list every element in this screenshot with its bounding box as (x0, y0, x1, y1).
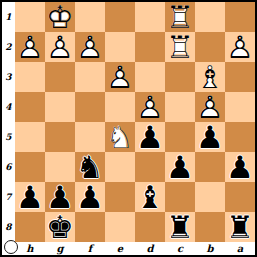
piece-white-pawn-h2[interactable]: ♟♙ (15, 32, 45, 62)
square-g2[interactable]: ♟♙ (45, 32, 75, 62)
square-d8[interactable] (135, 212, 165, 242)
square-c5[interactable] (165, 122, 195, 152)
square-f5[interactable] (75, 122, 105, 152)
piece-black-bishop-d7[interactable]: ♝ (135, 182, 165, 212)
piece-white-king-g1[interactable]: ♚♔ (45, 2, 75, 32)
rank-label-7: 7 (2, 182, 15, 212)
white-piece-outline-glyph: ♔ (45, 2, 75, 32)
square-a4[interactable] (225, 92, 255, 122)
black-piece-glyph: ♞ (75, 152, 105, 182)
square-c4[interactable] (165, 92, 195, 122)
rank-label-8: 8 (2, 212, 15, 242)
square-e8[interactable] (105, 212, 135, 242)
white-to-move-indicator (4, 240, 18, 254)
square-e6[interactable] (105, 152, 135, 182)
square-e2[interactable] (105, 32, 135, 62)
square-f7[interactable]: ♟ (75, 182, 105, 212)
black-piece-glyph: ♚ (45, 212, 75, 242)
white-piece-outline-glyph: ♙ (45, 32, 75, 62)
square-d2[interactable] (135, 32, 165, 62)
square-e5[interactable]: ♞♘ (105, 122, 135, 152)
file-label-b: b (195, 242, 225, 255)
square-a1[interactable] (225, 2, 255, 32)
black-piece-glyph: ♟ (225, 152, 255, 182)
piece-black-pawn-a6[interactable]: ♟ (225, 152, 255, 182)
piece-white-knight-e5[interactable]: ♞♘ (105, 122, 135, 152)
white-piece-outline-glyph: ♖ (165, 32, 195, 62)
square-b8[interactable] (195, 212, 225, 242)
square-d5[interactable]: ♟ (135, 122, 165, 152)
square-g5[interactable] (45, 122, 75, 152)
rank-label-3: 3 (2, 62, 15, 92)
white-piece-outline-glyph: ♙ (75, 32, 105, 62)
board-corner (2, 242, 15, 255)
piece-black-rook-c8[interactable]: ♜ (165, 212, 195, 242)
file-label-f: f (75, 242, 105, 255)
square-h7[interactable]: ♟ (15, 182, 45, 212)
piece-white-pawn-d4[interactable]: ♟♙ (135, 92, 165, 122)
black-piece-glyph: ♟ (135, 122, 165, 152)
square-h4[interactable] (15, 92, 45, 122)
square-e1[interactable] (105, 2, 135, 32)
white-piece-outline-glyph: ♖ (165, 2, 195, 32)
piece-black-pawn-c6[interactable]: ♟ (165, 152, 195, 182)
piece-white-pawn-g2[interactable]: ♟♙ (45, 32, 75, 62)
square-c3[interactable] (165, 62, 195, 92)
square-a6[interactable]: ♟ (225, 152, 255, 182)
square-d1[interactable] (135, 2, 165, 32)
piece-white-pawn-a2[interactable]: ♟♙ (225, 32, 255, 62)
square-b4[interactable]: ♟♙ (195, 92, 225, 122)
square-g7[interactable]: ♟ (45, 182, 75, 212)
square-b3[interactable]: ♝♗ (195, 62, 225, 92)
square-b6[interactable] (195, 152, 225, 182)
square-h2[interactable]: ♟♙ (15, 32, 45, 62)
square-h6[interactable] (15, 152, 45, 182)
square-c1[interactable]: ♜♖ (165, 2, 195, 32)
white-piece-outline-glyph: ♙ (195, 92, 225, 122)
square-g1[interactable]: ♚♔ (45, 2, 75, 32)
white-piece-outline-glyph: ♙ (15, 32, 45, 62)
piece-white-pawn-f2[interactable]: ♟♙ (75, 32, 105, 62)
black-piece-glyph: ♜ (225, 212, 255, 242)
piece-black-knight-f6[interactable]: ♞ (75, 152, 105, 182)
square-b2[interactable] (195, 32, 225, 62)
rank-label-4: 4 (2, 92, 15, 122)
square-c8[interactable]: ♜ (165, 212, 195, 242)
square-a2[interactable]: ♟♙ (225, 32, 255, 62)
square-d6[interactable] (135, 152, 165, 182)
square-b5[interactable]: ♟ (195, 122, 225, 152)
square-a8[interactable]: ♜ (225, 212, 255, 242)
black-piece-glyph: ♟ (195, 122, 225, 152)
square-f3[interactable] (75, 62, 105, 92)
square-f8[interactable] (75, 212, 105, 242)
square-c6[interactable]: ♟ (165, 152, 195, 182)
square-a3[interactable] (225, 62, 255, 92)
piece-black-pawn-d5[interactable]: ♟ (135, 122, 165, 152)
file-label-h: h (15, 242, 45, 255)
piece-white-pawn-b4[interactable]: ♟♙ (195, 92, 225, 122)
square-g3[interactable] (45, 62, 75, 92)
piece-black-king-g8[interactable]: ♚ (45, 212, 75, 242)
piece-black-pawn-f7[interactable]: ♟ (75, 182, 105, 212)
rank-labels: 12345678 (2, 2, 15, 242)
square-h5[interactable] (15, 122, 45, 152)
white-piece-outline-glyph: ♙ (105, 62, 135, 92)
square-a5[interactable] (225, 122, 255, 152)
black-piece-glyph: ♝ (135, 182, 165, 212)
black-piece-glyph: ♟ (165, 152, 195, 182)
square-b7[interactable] (195, 182, 225, 212)
piece-white-rook-c1[interactable]: ♜♖ (165, 2, 195, 32)
square-g6[interactable] (45, 152, 75, 182)
square-d3[interactable] (135, 62, 165, 92)
piece-black-pawn-b5[interactable]: ♟ (195, 122, 225, 152)
chess-board: ♚♔♜♖♟♙♟♙♟♙♜♖♟♙♟♙♝♗♟♙♟♙♞♘♟♟♞♟♟♟♟♟♝♚♜♜ (15, 2, 255, 242)
white-piece-outline-glyph: ♘ (105, 122, 135, 152)
rank-label-5: 5 (2, 122, 15, 152)
black-piece-glyph: ♟ (45, 182, 75, 212)
white-piece-outline-glyph: ♗ (195, 62, 225, 92)
white-piece-outline-glyph: ♙ (225, 32, 255, 62)
piece-black-rook-a8[interactable]: ♜ (225, 212, 255, 242)
piece-white-pawn-e3[interactable]: ♟♙ (105, 62, 135, 92)
square-h1[interactable] (15, 2, 45, 32)
file-label-e: e (105, 242, 135, 255)
square-f4[interactable] (75, 92, 105, 122)
square-c7[interactable] (165, 182, 195, 212)
square-g4[interactable] (45, 92, 75, 122)
piece-black-pawn-h7[interactable]: ♟ (15, 182, 45, 212)
piece-white-bishop-b3[interactable]: ♝♗ (195, 62, 225, 92)
square-c2[interactable]: ♜♖ (165, 32, 195, 62)
black-piece-glyph: ♜ (165, 212, 195, 242)
file-label-d: d (135, 242, 165, 255)
square-f1[interactable] (75, 2, 105, 32)
rank-label-1: 1 (2, 2, 15, 32)
rank-label-2: 2 (2, 32, 15, 62)
black-piece-glyph: ♟ (75, 182, 105, 212)
square-f2[interactable]: ♟♙ (75, 32, 105, 62)
square-e3[interactable]: ♟♙ (105, 62, 135, 92)
black-piece-glyph: ♟ (15, 182, 45, 212)
square-h3[interactable] (15, 62, 45, 92)
square-d4[interactable]: ♟♙ (135, 92, 165, 122)
rank-label-6: 6 (2, 152, 15, 182)
chess-diagram: 12345678 ♚♔♜♖♟♙♟♙♟♙♜♖♟♙♟♙♝♗♟♙♟♙♞♘♟♟♞♟♟♟♟… (0, 0, 257, 257)
square-g8[interactable]: ♚ (45, 212, 75, 242)
square-a7[interactable] (225, 182, 255, 212)
white-piece-outline-glyph: ♙ (135, 92, 165, 122)
square-h8[interactable] (15, 212, 45, 242)
square-f6[interactable]: ♞ (75, 152, 105, 182)
square-e4[interactable] (105, 92, 135, 122)
square-b1[interactable] (195, 2, 225, 32)
piece-white-rook-c2[interactable]: ♜♖ (165, 32, 195, 62)
square-e7[interactable] (105, 182, 135, 212)
square-d7[interactable]: ♝ (135, 182, 165, 212)
piece-black-pawn-g7[interactable]: ♟ (45, 182, 75, 212)
